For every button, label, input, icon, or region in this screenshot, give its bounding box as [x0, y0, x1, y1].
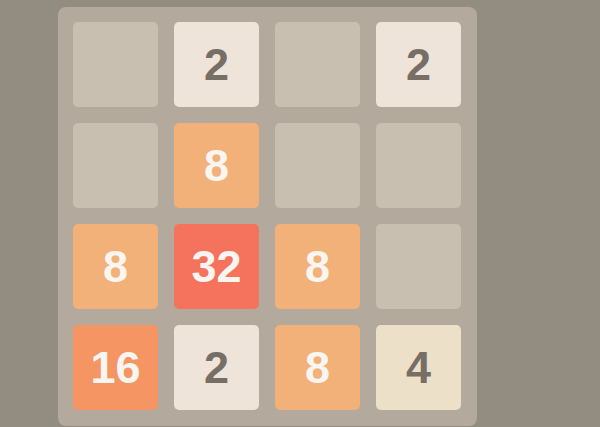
tile-32-r3c2: 32 [174, 224, 259, 309]
game-background: 228832816284 [0, 0, 600, 427]
empty-cell-r1c3 [275, 22, 360, 107]
tile-2-r1c4: 2 [376, 22, 461, 107]
empty-cell-r2c3 [275, 123, 360, 208]
tile-8-r3c1: 8 [73, 224, 158, 309]
empty-cell-r2c1 [73, 123, 158, 208]
board-2048[interactable]: 228832816284 [58, 7, 477, 426]
tile-2-r4c2: 2 [174, 325, 259, 410]
tile-8-r4c3: 8 [275, 325, 360, 410]
tile-16-r4c1: 16 [73, 325, 158, 410]
empty-cell-r3c4 [376, 224, 461, 309]
tile-8-r2c2: 8 [174, 123, 259, 208]
tile-8-r3c3: 8 [275, 224, 360, 309]
empty-cell-r2c4 [376, 123, 461, 208]
tile-2-r1c2: 2 [174, 22, 259, 107]
tile-4-r4c4: 4 [376, 325, 461, 410]
empty-cell-r1c1 [73, 22, 158, 107]
